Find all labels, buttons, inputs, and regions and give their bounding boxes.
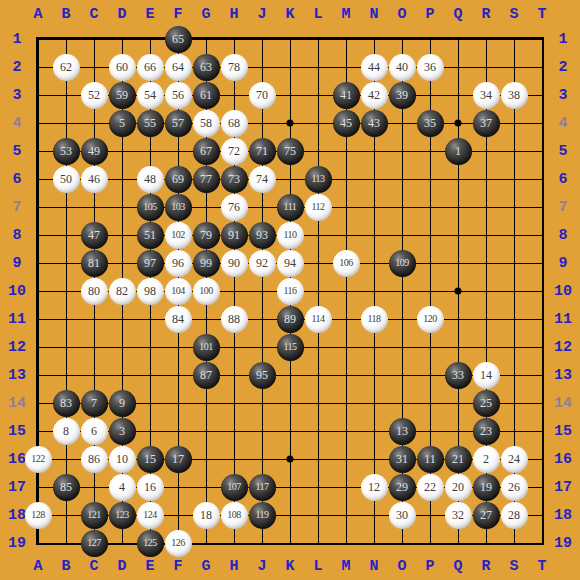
intersection-B11[interactable] (52, 305, 80, 333)
intersection-E10[interactable]: 98 (136, 277, 164, 305)
intersection-D10[interactable]: 82 (108, 277, 136, 305)
intersection-M16[interactable] (332, 445, 360, 473)
intersection-S9[interactable] (500, 249, 528, 277)
intersection-N2[interactable]: 44 (360, 53, 388, 81)
intersection-A12[interactable] (24, 333, 52, 361)
intersection-L10[interactable] (304, 277, 332, 305)
intersection-O15[interactable]: 13 (388, 417, 416, 445)
intersection-H6[interactable]: 73 (220, 165, 248, 193)
intersection-E3[interactable]: 54 (136, 81, 164, 109)
intersection-R1[interactable] (472, 25, 500, 53)
intersection-J1[interactable] (248, 25, 276, 53)
intersection-A17[interactable] (24, 473, 52, 501)
intersection-J5[interactable]: 71 (248, 137, 276, 165)
intersection-L15[interactable] (304, 417, 332, 445)
intersection-E18[interactable]: 124 (136, 501, 164, 529)
intersection-C7[interactable] (80, 193, 108, 221)
intersection-P15[interactable] (416, 417, 444, 445)
intersection-F6[interactable]: 69 (164, 165, 192, 193)
intersection-H15[interactable] (220, 417, 248, 445)
intersection-J14[interactable] (248, 389, 276, 417)
intersection-E17[interactable]: 16 (136, 473, 164, 501)
intersection-C8[interactable]: 47 (80, 221, 108, 249)
intersection-C3[interactable]: 52 (80, 81, 108, 109)
intersection-L3[interactable] (304, 81, 332, 109)
intersection-S18[interactable]: 28 (500, 501, 528, 529)
intersection-Q11[interactable] (444, 305, 472, 333)
intersection-P19[interactable] (416, 529, 444, 557)
intersection-C12[interactable] (80, 333, 108, 361)
intersection-L5[interactable] (304, 137, 332, 165)
intersection-P6[interactable] (416, 165, 444, 193)
intersection-H17[interactable]: 107 (220, 473, 248, 501)
intersection-Q14[interactable] (444, 389, 472, 417)
intersection-F4[interactable]: 57 (164, 109, 192, 137)
intersection-R5[interactable] (472, 137, 500, 165)
intersection-J17[interactable]: 117 (248, 473, 276, 501)
intersection-C11[interactable] (80, 305, 108, 333)
intersection-O8[interactable] (388, 221, 416, 249)
intersection-M4[interactable]: 45 (332, 109, 360, 137)
intersection-R3[interactable]: 34 (472, 81, 500, 109)
intersection-S16[interactable]: 24 (500, 445, 528, 473)
intersection-M17[interactable] (332, 473, 360, 501)
intersection-G8[interactable]: 79 (192, 221, 220, 249)
intersection-J3[interactable]: 70 (248, 81, 276, 109)
intersection-G7[interactable] (192, 193, 220, 221)
intersection-R9[interactable] (472, 249, 500, 277)
intersection-D18[interactable]: 123 (108, 501, 136, 529)
intersection-F17[interactable] (164, 473, 192, 501)
intersection-R14[interactable]: 25 (472, 389, 500, 417)
intersection-N16[interactable] (360, 445, 388, 473)
intersection-A5[interactable] (24, 137, 52, 165)
intersection-G1[interactable] (192, 25, 220, 53)
intersection-J6[interactable]: 74 (248, 165, 276, 193)
intersection-P14[interactable] (416, 389, 444, 417)
intersection-L9[interactable] (304, 249, 332, 277)
intersection-F18[interactable] (164, 501, 192, 529)
intersection-M9[interactable]: 106 (332, 249, 360, 277)
intersection-B10[interactable] (52, 277, 80, 305)
intersection-N3[interactable]: 42 (360, 81, 388, 109)
intersection-O4[interactable] (388, 109, 416, 137)
intersection-S7[interactable] (500, 193, 528, 221)
intersection-B17[interactable]: 85 (52, 473, 80, 501)
intersection-C2[interactable] (80, 53, 108, 81)
intersection-B6[interactable]: 50 (52, 165, 80, 193)
intersection-D7[interactable] (108, 193, 136, 221)
intersection-N9[interactable] (360, 249, 388, 277)
intersection-K14[interactable] (276, 389, 304, 417)
intersection-C19[interactable]: 127 (80, 529, 108, 557)
intersection-K9[interactable]: 94 (276, 249, 304, 277)
intersection-P9[interactable] (416, 249, 444, 277)
intersection-J9[interactable]: 92 (248, 249, 276, 277)
intersection-C16[interactable]: 86 (80, 445, 108, 473)
intersection-J8[interactable]: 93 (248, 221, 276, 249)
intersection-G17[interactable] (192, 473, 220, 501)
intersection-F13[interactable] (164, 361, 192, 389)
intersection-Q12[interactable] (444, 333, 472, 361)
intersection-R18[interactable]: 27 (472, 501, 500, 529)
intersection-F19[interactable]: 126 (164, 529, 192, 557)
intersection-M2[interactable] (332, 53, 360, 81)
intersection-Q9[interactable] (444, 249, 472, 277)
intersection-D3[interactable]: 59 (108, 81, 136, 109)
intersection-B9[interactable] (52, 249, 80, 277)
intersection-T2[interactable] (528, 53, 556, 81)
intersection-P7[interactable] (416, 193, 444, 221)
intersection-L12[interactable] (304, 333, 332, 361)
intersection-T12[interactable] (528, 333, 556, 361)
intersection-F5[interactable] (164, 137, 192, 165)
intersection-F14[interactable] (164, 389, 192, 417)
intersection-A16[interactable]: 122 (24, 445, 52, 473)
intersection-B14[interactable]: 83 (52, 389, 80, 417)
intersection-R12[interactable] (472, 333, 500, 361)
intersection-S1[interactable] (500, 25, 528, 53)
intersection-Q1[interactable] (444, 25, 472, 53)
intersection-O14[interactable] (388, 389, 416, 417)
intersection-E7[interactable]: 105 (136, 193, 164, 221)
intersection-J7[interactable] (248, 193, 276, 221)
intersection-L6[interactable]: 113 (304, 165, 332, 193)
intersection-S10[interactable] (500, 277, 528, 305)
intersection-K4[interactable] (276, 109, 304, 137)
intersection-M5[interactable] (332, 137, 360, 165)
intersection-H2[interactable]: 78 (220, 53, 248, 81)
intersection-Q16[interactable]: 21 (444, 445, 472, 473)
intersection-Q6[interactable] (444, 165, 472, 193)
intersection-H4[interactable]: 68 (220, 109, 248, 137)
intersection-G6[interactable]: 77 (192, 165, 220, 193)
intersection-T4[interactable] (528, 109, 556, 137)
intersection-L1[interactable] (304, 25, 332, 53)
intersection-E1[interactable] (136, 25, 164, 53)
intersection-K11[interactable]: 89 (276, 305, 304, 333)
intersection-H5[interactable]: 72 (220, 137, 248, 165)
intersection-R2[interactable] (472, 53, 500, 81)
intersection-M6[interactable] (332, 165, 360, 193)
intersection-J10[interactable] (248, 277, 276, 305)
intersection-T17[interactable] (528, 473, 556, 501)
intersection-A2[interactable] (24, 53, 52, 81)
intersection-Q15[interactable] (444, 417, 472, 445)
intersection-O16[interactable]: 31 (388, 445, 416, 473)
intersection-E9[interactable]: 97 (136, 249, 164, 277)
intersection-J13[interactable]: 95 (248, 361, 276, 389)
intersection-E15[interactable] (136, 417, 164, 445)
intersection-C18[interactable]: 121 (80, 501, 108, 529)
intersection-L11[interactable]: 114 (304, 305, 332, 333)
intersection-K8[interactable]: 110 (276, 221, 304, 249)
intersection-M14[interactable] (332, 389, 360, 417)
intersection-N11[interactable]: 118 (360, 305, 388, 333)
intersection-D17[interactable]: 4 (108, 473, 136, 501)
intersection-Q19[interactable] (444, 529, 472, 557)
intersection-T16[interactable] (528, 445, 556, 473)
intersection-D1[interactable] (108, 25, 136, 53)
intersection-R11[interactable] (472, 305, 500, 333)
intersection-E8[interactable]: 51 (136, 221, 164, 249)
intersection-B16[interactable] (52, 445, 80, 473)
intersection-J2[interactable] (248, 53, 276, 81)
intersection-O12[interactable] (388, 333, 416, 361)
intersection-C4[interactable] (80, 109, 108, 137)
intersection-A13[interactable] (24, 361, 52, 389)
intersection-N6[interactable] (360, 165, 388, 193)
intersection-M8[interactable] (332, 221, 360, 249)
intersection-B8[interactable] (52, 221, 80, 249)
intersection-O2[interactable]: 40 (388, 53, 416, 81)
intersection-F16[interactable]: 17 (164, 445, 192, 473)
intersection-L8[interactable] (304, 221, 332, 249)
intersection-O17[interactable]: 29 (388, 473, 416, 501)
intersection-M13[interactable] (332, 361, 360, 389)
intersection-G15[interactable] (192, 417, 220, 445)
intersection-D19[interactable] (108, 529, 136, 557)
intersection-A8[interactable] (24, 221, 52, 249)
intersection-F12[interactable] (164, 333, 192, 361)
intersection-C10[interactable]: 80 (80, 277, 108, 305)
intersection-M11[interactable] (332, 305, 360, 333)
intersection-H9[interactable]: 90 (220, 249, 248, 277)
intersection-B7[interactable] (52, 193, 80, 221)
intersection-C5[interactable]: 49 (80, 137, 108, 165)
intersection-T7[interactable] (528, 193, 556, 221)
intersection-L17[interactable] (304, 473, 332, 501)
intersection-J18[interactable]: 119 (248, 501, 276, 529)
intersection-C14[interactable]: 7 (80, 389, 108, 417)
intersection-H3[interactable] (220, 81, 248, 109)
intersection-R7[interactable] (472, 193, 500, 221)
intersection-E19[interactable]: 125 (136, 529, 164, 557)
intersection-D5[interactable] (108, 137, 136, 165)
intersection-P17[interactable]: 22 (416, 473, 444, 501)
intersection-A3[interactable] (24, 81, 52, 109)
intersection-P16[interactable]: 11 (416, 445, 444, 473)
intersection-J4[interactable] (248, 109, 276, 137)
intersection-A9[interactable] (24, 249, 52, 277)
intersection-Q13[interactable]: 33 (444, 361, 472, 389)
intersection-P10[interactable] (416, 277, 444, 305)
intersection-N5[interactable] (360, 137, 388, 165)
intersection-G18[interactable]: 18 (192, 501, 220, 529)
intersection-T15[interactable] (528, 417, 556, 445)
intersection-F1[interactable]: 65 (164, 25, 192, 53)
intersection-G19[interactable] (192, 529, 220, 557)
intersection-T10[interactable] (528, 277, 556, 305)
intersection-E2[interactable]: 66 (136, 53, 164, 81)
intersection-K5[interactable]: 75 (276, 137, 304, 165)
intersection-S6[interactable] (500, 165, 528, 193)
intersection-P5[interactable] (416, 137, 444, 165)
intersection-D8[interactable] (108, 221, 136, 249)
intersection-H14[interactable] (220, 389, 248, 417)
intersection-O9[interactable]: 109 (388, 249, 416, 277)
intersection-N1[interactable] (360, 25, 388, 53)
intersection-M10[interactable] (332, 277, 360, 305)
intersection-P13[interactable] (416, 361, 444, 389)
intersection-M19[interactable] (332, 529, 360, 557)
intersection-H18[interactable]: 108 (220, 501, 248, 529)
intersection-M12[interactable] (332, 333, 360, 361)
intersection-P12[interactable] (416, 333, 444, 361)
intersection-O7[interactable] (388, 193, 416, 221)
intersection-D14[interactable]: 9 (108, 389, 136, 417)
intersection-E14[interactable] (136, 389, 164, 417)
intersection-N10[interactable] (360, 277, 388, 305)
intersection-P2[interactable]: 36 (416, 53, 444, 81)
intersection-S13[interactable] (500, 361, 528, 389)
intersection-F8[interactable]: 102 (164, 221, 192, 249)
intersection-O10[interactable] (388, 277, 416, 305)
intersection-A11[interactable] (24, 305, 52, 333)
intersection-L2[interactable] (304, 53, 332, 81)
intersection-O5[interactable] (388, 137, 416, 165)
intersection-E11[interactable] (136, 305, 164, 333)
intersection-K13[interactable] (276, 361, 304, 389)
intersection-H13[interactable] (220, 361, 248, 389)
intersection-R15[interactable]: 23 (472, 417, 500, 445)
intersection-S11[interactable] (500, 305, 528, 333)
intersection-P18[interactable] (416, 501, 444, 529)
intersection-D12[interactable] (108, 333, 136, 361)
intersection-G2[interactable]: 63 (192, 53, 220, 81)
intersection-S15[interactable] (500, 417, 528, 445)
intersection-T9[interactable] (528, 249, 556, 277)
intersection-O3[interactable]: 39 (388, 81, 416, 109)
intersection-H7[interactable]: 76 (220, 193, 248, 221)
intersection-S4[interactable] (500, 109, 528, 137)
intersection-K2[interactable] (276, 53, 304, 81)
intersection-B18[interactable] (52, 501, 80, 529)
intersection-M18[interactable] (332, 501, 360, 529)
intersection-G13[interactable]: 87 (192, 361, 220, 389)
intersection-T5[interactable] (528, 137, 556, 165)
intersection-B12[interactable] (52, 333, 80, 361)
intersection-N18[interactable] (360, 501, 388, 529)
intersection-J11[interactable] (248, 305, 276, 333)
intersection-C13[interactable] (80, 361, 108, 389)
intersection-O1[interactable] (388, 25, 416, 53)
intersection-K18[interactable] (276, 501, 304, 529)
intersection-M15[interactable] (332, 417, 360, 445)
intersection-A15[interactable] (24, 417, 52, 445)
intersection-E12[interactable] (136, 333, 164, 361)
intersection-O19[interactable] (388, 529, 416, 557)
intersection-N13[interactable] (360, 361, 388, 389)
intersection-H12[interactable] (220, 333, 248, 361)
intersection-Q10[interactable] (444, 277, 472, 305)
intersection-P11[interactable]: 120 (416, 305, 444, 333)
intersection-F10[interactable]: 104 (164, 277, 192, 305)
intersection-A1[interactable] (24, 25, 52, 53)
intersection-F3[interactable]: 56 (164, 81, 192, 109)
intersection-S5[interactable] (500, 137, 528, 165)
intersection-R4[interactable]: 37 (472, 109, 500, 137)
intersection-D13[interactable] (108, 361, 136, 389)
intersection-E13[interactable] (136, 361, 164, 389)
intersection-R6[interactable] (472, 165, 500, 193)
intersection-D4[interactable]: 5 (108, 109, 136, 137)
intersection-G10[interactable]: 100 (192, 277, 220, 305)
intersection-C17[interactable] (80, 473, 108, 501)
intersection-L14[interactable] (304, 389, 332, 417)
intersection-P8[interactable] (416, 221, 444, 249)
intersection-A10[interactable] (24, 277, 52, 305)
intersection-N15[interactable] (360, 417, 388, 445)
intersection-G11[interactable] (192, 305, 220, 333)
intersection-K10[interactable]: 116 (276, 277, 304, 305)
intersection-D11[interactable] (108, 305, 136, 333)
intersection-B4[interactable] (52, 109, 80, 137)
intersection-G5[interactable]: 67 (192, 137, 220, 165)
intersection-Q17[interactable]: 20 (444, 473, 472, 501)
intersection-B5[interactable]: 53 (52, 137, 80, 165)
intersection-H19[interactable] (220, 529, 248, 557)
intersection-Q5[interactable]: 1 (444, 137, 472, 165)
intersection-E5[interactable] (136, 137, 164, 165)
intersection-B19[interactable] (52, 529, 80, 557)
intersection-S19[interactable] (500, 529, 528, 557)
intersection-J15[interactable] (248, 417, 276, 445)
intersection-T3[interactable] (528, 81, 556, 109)
intersection-J16[interactable] (248, 445, 276, 473)
intersection-H11[interactable]: 88 (220, 305, 248, 333)
intersection-K15[interactable] (276, 417, 304, 445)
intersection-P1[interactable] (416, 25, 444, 53)
intersection-P4[interactable]: 35 (416, 109, 444, 137)
intersection-L18[interactable] (304, 501, 332, 529)
intersection-D9[interactable] (108, 249, 136, 277)
intersection-G3[interactable]: 61 (192, 81, 220, 109)
intersection-O18[interactable]: 30 (388, 501, 416, 529)
intersection-R13[interactable]: 14 (472, 361, 500, 389)
intersection-Q4[interactable] (444, 109, 472, 137)
intersection-G16[interactable] (192, 445, 220, 473)
intersection-F2[interactable]: 64 (164, 53, 192, 81)
intersection-L16[interactable] (304, 445, 332, 473)
intersection-E6[interactable]: 48 (136, 165, 164, 193)
intersection-L4[interactable] (304, 109, 332, 137)
intersection-T11[interactable] (528, 305, 556, 333)
intersection-T18[interactable] (528, 501, 556, 529)
intersection-L7[interactable]: 112 (304, 193, 332, 221)
intersection-E4[interactable]: 55 (136, 109, 164, 137)
intersection-K6[interactable] (276, 165, 304, 193)
intersection-R17[interactable]: 19 (472, 473, 500, 501)
intersection-S8[interactable] (500, 221, 528, 249)
intersection-A4[interactable] (24, 109, 52, 137)
intersection-F9[interactable]: 96 (164, 249, 192, 277)
intersection-N17[interactable]: 12 (360, 473, 388, 501)
intersection-R19[interactable] (472, 529, 500, 557)
intersection-O11[interactable] (388, 305, 416, 333)
intersection-D6[interactable] (108, 165, 136, 193)
intersection-K7[interactable]: 111 (276, 193, 304, 221)
intersection-G4[interactable]: 58 (192, 109, 220, 137)
intersection-Q7[interactable] (444, 193, 472, 221)
intersection-C9[interactable]: 81 (80, 249, 108, 277)
intersection-J12[interactable] (248, 333, 276, 361)
intersection-R10[interactable] (472, 277, 500, 305)
intersection-N14[interactable] (360, 389, 388, 417)
intersection-D15[interactable]: 3 (108, 417, 136, 445)
intersection-K12[interactable]: 115 (276, 333, 304, 361)
intersection-F15[interactable] (164, 417, 192, 445)
